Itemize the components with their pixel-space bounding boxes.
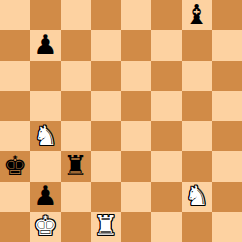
piece-black-rook[interactable]: ♜ bbox=[64, 152, 88, 179]
square-h1[interactable] bbox=[212, 212, 242, 242]
square-c2[interactable] bbox=[61, 182, 91, 212]
square-e1[interactable] bbox=[121, 212, 151, 242]
square-f3[interactable] bbox=[151, 151, 181, 181]
square-h4[interactable] bbox=[212, 121, 242, 151]
square-d7[interactable] bbox=[91, 30, 121, 60]
piece-white-knight[interactable]: ♞ bbox=[185, 182, 209, 209]
piece-black-king[interactable]: ♚ bbox=[3, 152, 27, 179]
square-d2[interactable] bbox=[91, 182, 121, 212]
square-b4[interactable]: ♞ bbox=[30, 121, 60, 151]
square-h3[interactable] bbox=[212, 151, 242, 181]
square-e3[interactable] bbox=[121, 151, 151, 181]
square-d6[interactable] bbox=[91, 61, 121, 91]
square-g5[interactable] bbox=[182, 91, 212, 121]
square-a5[interactable] bbox=[0, 91, 30, 121]
square-g3[interactable] bbox=[182, 151, 212, 181]
square-d5[interactable] bbox=[91, 91, 121, 121]
square-d4[interactable] bbox=[91, 121, 121, 151]
square-f7[interactable] bbox=[151, 30, 181, 60]
square-h2[interactable] bbox=[212, 182, 242, 212]
square-a7[interactable] bbox=[0, 30, 30, 60]
square-f1[interactable] bbox=[151, 212, 181, 242]
square-a1[interactable] bbox=[0, 212, 30, 242]
square-g7[interactable] bbox=[182, 30, 212, 60]
square-c8[interactable] bbox=[61, 0, 91, 30]
square-f8[interactable] bbox=[151, 0, 181, 30]
piece-white-rook[interactable]: ♜ bbox=[94, 212, 118, 239]
square-h6[interactable] bbox=[212, 61, 242, 91]
square-a6[interactable] bbox=[0, 61, 30, 91]
square-d3[interactable] bbox=[91, 151, 121, 181]
chess-board: ♝♟♞♚♜♟♞♚♜ bbox=[0, 0, 242, 242]
square-c6[interactable] bbox=[61, 61, 91, 91]
square-g1[interactable] bbox=[182, 212, 212, 242]
square-g8[interactable]: ♝ bbox=[182, 0, 212, 30]
square-c1[interactable] bbox=[61, 212, 91, 242]
square-e8[interactable] bbox=[121, 0, 151, 30]
square-b3[interactable] bbox=[30, 151, 60, 181]
square-e6[interactable] bbox=[121, 61, 151, 91]
square-g6[interactable] bbox=[182, 61, 212, 91]
square-e2[interactable] bbox=[121, 182, 151, 212]
square-b6[interactable] bbox=[30, 61, 60, 91]
square-a4[interactable] bbox=[0, 121, 30, 151]
square-b7[interactable]: ♟ bbox=[30, 30, 60, 60]
piece-black-pawn[interactable]: ♟ bbox=[33, 182, 57, 209]
square-a2[interactable] bbox=[0, 182, 30, 212]
square-b5[interactable] bbox=[30, 91, 60, 121]
square-f6[interactable] bbox=[151, 61, 181, 91]
square-h7[interactable] bbox=[212, 30, 242, 60]
piece-black-bishop[interactable]: ♝ bbox=[185, 1, 209, 28]
square-h5[interactable] bbox=[212, 91, 242, 121]
square-c4[interactable] bbox=[61, 121, 91, 151]
square-f5[interactable] bbox=[151, 91, 181, 121]
square-d8[interactable] bbox=[91, 0, 121, 30]
square-c3[interactable]: ♜ bbox=[61, 151, 91, 181]
square-f4[interactable] bbox=[151, 121, 181, 151]
square-b2[interactable]: ♟ bbox=[30, 182, 60, 212]
square-a8[interactable] bbox=[0, 0, 30, 30]
square-e5[interactable] bbox=[121, 91, 151, 121]
square-g4[interactable] bbox=[182, 121, 212, 151]
square-a3[interactable]: ♚ bbox=[0, 151, 30, 181]
square-b8[interactable] bbox=[30, 0, 60, 30]
square-c7[interactable] bbox=[61, 30, 91, 60]
square-e4[interactable] bbox=[121, 121, 151, 151]
square-d1[interactable]: ♜ bbox=[91, 212, 121, 242]
square-f2[interactable] bbox=[151, 182, 181, 212]
square-c5[interactable] bbox=[61, 91, 91, 121]
piece-white-king[interactable]: ♚ bbox=[33, 212, 57, 239]
square-g2[interactable]: ♞ bbox=[182, 182, 212, 212]
square-h8[interactable] bbox=[212, 0, 242, 30]
piece-white-knight[interactable]: ♞ bbox=[33, 122, 57, 149]
piece-black-pawn[interactable]: ♟ bbox=[33, 31, 57, 58]
square-b1[interactable]: ♚ bbox=[30, 212, 60, 242]
square-e7[interactable] bbox=[121, 30, 151, 60]
